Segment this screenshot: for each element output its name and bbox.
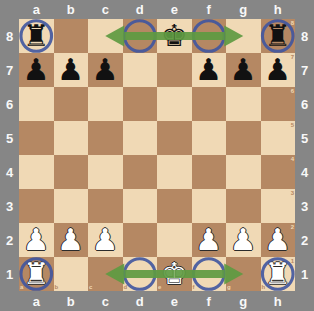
piece-white-pawn[interactable]: ♟ — [57, 225, 84, 255]
chess-diagram: ♜♚8♜♟♟♟♟♟7♟6543♟♟♟♟♟2♟a♜bcde♚fgh1♜ aabbc… — [0, 0, 314, 311]
rank-label-right-5: 5 — [295, 121, 314, 155]
square-g6[interactable] — [226, 87, 261, 121]
inner-rank-label-4: 4 — [291, 156, 294, 162]
square-g1[interactable]: g — [226, 257, 261, 291]
rank-label-right-6: 6 — [295, 87, 314, 121]
square-h8[interactable]: 8♜ — [261, 19, 296, 53]
inner-file-label-c: c — [89, 284, 92, 290]
square-d5[interactable] — [123, 121, 158, 155]
file-label-top-h: h — [261, 0, 296, 19]
file-label-bottom-c: c — [88, 291, 123, 311]
inner-file-label-g: g — [227, 284, 231, 290]
square-c7[interactable]: ♟ — [88, 53, 123, 87]
square-e4[interactable] — [157, 155, 192, 189]
rank-label-right-2: 2 — [295, 223, 314, 257]
file-label-bottom-b: b — [54, 291, 89, 311]
piece-white-pawn[interactable]: ♟ — [92, 225, 119, 255]
rank-label-left-5: 5 — [0, 121, 19, 155]
square-f1[interactable]: f — [192, 257, 227, 291]
square-a8[interactable]: ♜ — [19, 19, 54, 53]
piece-black-rook[interactable]: ♜ — [264, 21, 291, 51]
rank-label-left-4: 4 — [0, 155, 19, 189]
rank-label-left-6: 6 — [0, 87, 19, 121]
square-c6[interactable] — [88, 87, 123, 121]
square-h2[interactable]: 2♟ — [261, 223, 296, 257]
inner-file-label-f: f — [193, 284, 195, 290]
square-b3[interactable] — [54, 189, 89, 223]
file-label-top-e: e — [157, 0, 192, 19]
inner-file-label-b: b — [55, 284, 59, 290]
rank-label-right-1: 1 — [295, 257, 314, 291]
rank-label-right-7: 7 — [295, 53, 314, 87]
square-a4[interactable] — [19, 155, 54, 189]
file-label-top-b: b — [54, 0, 89, 19]
square-b6[interactable] — [54, 87, 89, 121]
file-label-top-d: d — [123, 0, 158, 19]
square-f6[interactable] — [192, 87, 227, 121]
piece-white-king[interactable]: ♚ — [161, 259, 188, 289]
square-b7[interactable]: ♟ — [54, 53, 89, 87]
piece-black-pawn[interactable]: ♟ — [92, 55, 119, 85]
file-label-bottom-f: f — [192, 291, 227, 311]
rank-label-left-2: 2 — [0, 223, 19, 257]
square-e1[interactable]: e♚ — [157, 257, 192, 291]
square-e6[interactable] — [157, 87, 192, 121]
square-e2[interactable] — [157, 223, 192, 257]
square-c1[interactable]: c — [88, 257, 123, 291]
square-b5[interactable] — [54, 121, 89, 155]
square-g4[interactable] — [226, 155, 261, 189]
file-label-top-c: c — [88, 0, 123, 19]
piece-black-pawn[interactable]: ♟ — [57, 55, 84, 85]
piece-black-rook[interactable]: ♜ — [23, 21, 50, 51]
square-h5[interactable]: 5 — [261, 121, 296, 155]
square-e8[interactable]: ♚ — [157, 19, 192, 53]
square-d3[interactable] — [123, 189, 158, 223]
square-d2[interactable] — [123, 223, 158, 257]
square-f4[interactable] — [192, 155, 227, 189]
square-b1[interactable]: b — [54, 257, 89, 291]
piece-white-rook[interactable]: ♜ — [23, 259, 50, 289]
piece-black-pawn[interactable]: ♟ — [230, 55, 257, 85]
rank-label-left-3: 3 — [0, 189, 19, 223]
square-a1[interactable]: a♜ — [19, 257, 54, 291]
square-a5[interactable] — [19, 121, 54, 155]
file-label-bottom-e: e — [157, 291, 192, 311]
rank-label-left-8: 8 — [0, 19, 19, 53]
square-g8[interactable] — [226, 19, 261, 53]
file-label-top-g: g — [226, 0, 261, 19]
inner-file-label-d: d — [124, 284, 128, 290]
square-g7[interactable]: ♟ — [226, 53, 261, 87]
rank-label-right-4: 4 — [295, 155, 314, 189]
square-a2[interactable]: ♟ — [19, 223, 54, 257]
piece-white-pawn[interactable]: ♟ — [230, 225, 257, 255]
square-b2[interactable]: ♟ — [54, 223, 89, 257]
file-label-top-a: a — [19, 0, 54, 19]
square-a3[interactable] — [19, 189, 54, 223]
piece-white-pawn[interactable]: ♟ — [23, 225, 50, 255]
square-g3[interactable] — [226, 189, 261, 223]
square-b4[interactable] — [54, 155, 89, 189]
piece-black-pawn[interactable]: ♟ — [23, 55, 50, 85]
piece-black-king[interactable]: ♚ — [161, 21, 188, 51]
rank-label-right-8: 8 — [295, 19, 314, 53]
square-f3[interactable] — [192, 189, 227, 223]
inner-rank-label-5: 5 — [291, 122, 294, 128]
square-h7[interactable]: 7♟ — [261, 53, 296, 87]
square-d4[interactable] — [123, 155, 158, 189]
square-h1[interactable]: h1♜ — [261, 257, 296, 291]
square-d6[interactable] — [123, 87, 158, 121]
piece-black-pawn[interactable]: ♟ — [195, 55, 222, 85]
square-e3[interactable] — [157, 189, 192, 223]
rank-label-left-1: 1 — [0, 257, 19, 291]
square-d8[interactable] — [123, 19, 158, 53]
inner-rank-label-3: 3 — [291, 190, 294, 196]
square-h3[interactable]: 3 — [261, 189, 296, 223]
square-g5[interactable] — [226, 121, 261, 155]
file-label-bottom-d: d — [123, 291, 158, 311]
file-label-bottom-g: g — [226, 291, 261, 311]
square-f5[interactable] — [192, 121, 227, 155]
piece-black-pawn[interactable]: ♟ — [264, 55, 291, 85]
square-c8[interactable] — [88, 19, 123, 53]
square-c3[interactable] — [88, 189, 123, 223]
square-f7[interactable]: ♟ — [192, 53, 227, 87]
square-c5[interactable] — [88, 121, 123, 155]
file-label-bottom-a: a — [19, 291, 54, 311]
square-c2[interactable]: ♟ — [88, 223, 123, 257]
square-e5[interactable] — [157, 121, 192, 155]
square-f2[interactable]: ♟ — [192, 223, 227, 257]
file-label-top-f: f — [192, 0, 227, 19]
square-a6[interactable] — [19, 87, 54, 121]
square-d7[interactable] — [123, 53, 158, 87]
square-b8[interactable] — [54, 19, 89, 53]
piece-white-pawn[interactable]: ♟ — [195, 225, 222, 255]
square-f8[interactable] — [192, 19, 227, 53]
piece-white-rook[interactable]: ♜ — [264, 259, 291, 289]
inner-rank-label-6: 6 — [291, 88, 294, 94]
chess-board: ♜♚8♜♟♟♟♟♟7♟6543♟♟♟♟♟2♟a♜bcde♚fgh1♜ — [19, 19, 295, 291]
rank-label-right-3: 3 — [295, 189, 314, 223]
square-h4[interactable]: 4 — [261, 155, 296, 189]
square-c4[interactable] — [88, 155, 123, 189]
square-h6[interactable]: 6 — [261, 87, 296, 121]
square-d1[interactable]: d — [123, 257, 158, 291]
rank-label-left-7: 7 — [0, 53, 19, 87]
file-label-bottom-h: h — [261, 291, 296, 311]
square-a7[interactable]: ♟ — [19, 53, 54, 87]
square-g2[interactable]: ♟ — [226, 223, 261, 257]
piece-white-pawn[interactable]: ♟ — [264, 225, 291, 255]
square-e7[interactable] — [157, 53, 192, 87]
